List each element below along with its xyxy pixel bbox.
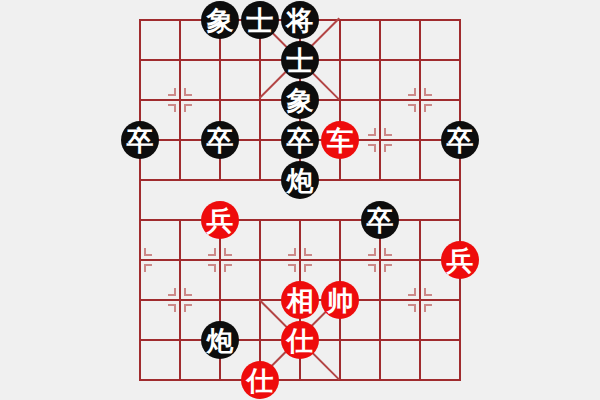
piece-black-elephant[interactable]: 象 [281,81,319,119]
point-marker [168,304,176,312]
point-marker [424,104,432,112]
point-marker [384,128,392,136]
point-marker [408,88,416,96]
piece-red-soldier[interactable]: 兵 [201,201,239,239]
point-marker [408,104,416,112]
piece-red-soldier[interactable]: 兵 [441,241,479,279]
xiangqi-board: 象士将士象卒卒卒车卒炮兵卒兵相帅炮仕仕 [0,0,600,400]
grid-line-vertical-edge [139,19,141,381]
point-marker [368,264,376,272]
piece-black-cannon[interactable]: 炮 [201,321,239,359]
piece-red-elephant[interactable]: 相 [281,281,319,319]
grid-line-vertical [179,19,181,181]
point-marker [144,264,152,272]
point-marker [408,288,416,296]
piece-black-soldier[interactable]: 卒 [201,121,239,159]
grid-line-vertical [379,19,381,181]
piece-red-advisor[interactable]: 仕 [241,361,279,399]
piece-black-general[interactable]: 将 [281,1,319,39]
point-marker [184,288,192,296]
piece-black-advisor[interactable]: 士 [281,41,319,79]
point-marker [384,248,392,256]
point-marker [288,248,296,256]
point-marker [224,248,232,256]
grid-line-vertical [259,19,261,181]
piece-black-soldier[interactable]: 卒 [121,121,159,159]
point-marker [208,248,216,256]
point-marker [168,104,176,112]
point-marker [368,128,376,136]
point-marker [368,248,376,256]
grid-line-vertical [179,219,181,381]
point-marker [288,264,296,272]
grid-line-vertical [419,19,421,181]
point-marker [184,88,192,96]
point-marker [168,88,176,96]
grid-line-vertical [419,219,421,381]
piece-black-elephant[interactable]: 象 [201,1,239,39]
point-marker [368,144,376,152]
point-marker [384,264,392,272]
piece-black-cannon[interactable]: 炮 [281,161,319,199]
piece-red-general[interactable]: 帅 [321,281,359,319]
piece-black-soldier[interactable]: 卒 [281,121,319,159]
point-marker [224,264,232,272]
point-marker [184,304,192,312]
point-marker [144,248,152,256]
point-marker [408,304,416,312]
point-marker [424,304,432,312]
piece-red-chariot[interactable]: 车 [321,121,359,159]
xiangqi-screenshot: 象士将士象卒卒卒车卒炮兵卒兵相帅炮仕仕 [0,0,600,400]
piece-black-advisor[interactable]: 士 [241,1,279,39]
point-marker [424,288,432,296]
point-marker [304,248,312,256]
point-marker [384,144,392,152]
point-marker [304,264,312,272]
grid-line-vertical [379,219,381,381]
point-marker [184,104,192,112]
piece-red-advisor[interactable]: 仕 [281,321,319,359]
point-marker [208,264,216,272]
point-marker [168,288,176,296]
grid-line-vertical-edge [459,19,461,381]
piece-black-soldier[interactable]: 卒 [441,121,479,159]
piece-black-soldier[interactable]: 卒 [361,201,399,239]
point-marker [424,88,432,96]
